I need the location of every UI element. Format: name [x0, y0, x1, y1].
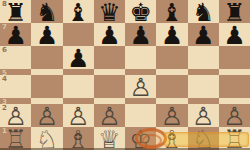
square-b2[interactable]: ♙	[31, 104, 62, 127]
white-pawn-c2: ♙	[67, 104, 89, 129]
square-b6[interactable]	[31, 46, 62, 69]
chessboard: 8♜♞♝♛♚♝♞♜7♟♟♟♟♟♟♟6♟54♙32♙♙♙♙♙♙♙1♖♘♗♕♔♗♘♖	[0, 0, 250, 150]
square-d4[interactable]	[94, 75, 125, 98]
square-e7[interactable]: ♟	[125, 23, 156, 46]
black-knight-b8: ♞	[36, 0, 58, 25]
white-rook-h1: ♖	[223, 127, 245, 150]
white-bishop-c1: ♗	[67, 127, 89, 150]
white-pawn-h2: ♙	[223, 104, 245, 129]
square-b4[interactable]	[31, 75, 62, 98]
white-rook-a1: ♖	[4, 127, 26, 150]
black-pawn-d7: ♟	[98, 23, 120, 48]
square-b8[interactable]: ♞	[31, 0, 62, 23]
square-c7[interactable]	[63, 23, 94, 46]
square-a2[interactable]: 2♙	[0, 104, 31, 127]
black-pawn-b7: ♟	[36, 23, 58, 48]
square-d1[interactable]: ♕	[94, 127, 125, 150]
black-pawn-c6: ♟	[67, 46, 89, 71]
black-rook-a8: ♜	[4, 0, 26, 25]
black-pawn-f7: ♟	[161, 23, 183, 48]
square-f8[interactable]: ♝	[156, 0, 187, 23]
white-pawn-a2: ♙	[4, 104, 26, 129]
white-pawn-e4: ♙	[129, 75, 151, 100]
white-knight-b1: ♘	[36, 127, 58, 150]
square-e4[interactable]: ♙	[125, 75, 156, 98]
white-knight-g1: ♘	[192, 127, 214, 150]
square-g8[interactable]: ♞	[188, 0, 219, 23]
white-pawn-g2: ♙	[192, 104, 214, 129]
rank-label-2: 2	[2, 104, 7, 112]
rank-label-1: 1	[2, 127, 7, 135]
square-g2[interactable]: ♙	[188, 104, 219, 127]
square-h2[interactable]: ♙	[219, 104, 250, 127]
black-pawn-e7: ♟	[129, 23, 151, 48]
square-c6[interactable]: ♟	[63, 46, 94, 69]
square-e6[interactable]	[125, 46, 156, 69]
square-h1[interactable]: ♖	[219, 127, 250, 150]
square-b1[interactable]: ♘	[31, 127, 62, 150]
square-d6[interactable]	[94, 46, 125, 69]
square-a1[interactable]: 1♖	[0, 127, 31, 150]
white-pawn-b2: ♙	[36, 104, 58, 129]
square-e1[interactable]: ♔	[125, 127, 156, 150]
square-a4[interactable]: 4	[0, 75, 31, 98]
square-c1[interactable]: ♗	[63, 127, 94, 150]
square-f1[interactable]: ♗	[156, 127, 187, 150]
black-pawn-a7: ♟	[4, 23, 26, 48]
square-h4[interactable]	[219, 75, 250, 98]
square-f6[interactable]	[156, 46, 187, 69]
black-queen-d8: ♛	[98, 0, 120, 25]
square-g4[interactable]	[188, 75, 219, 98]
white-queen-d1: ♕	[98, 127, 120, 150]
black-rook-h8: ♜	[223, 0, 245, 25]
square-e8[interactable]: ♚	[125, 0, 156, 23]
black-knight-g8: ♞	[192, 0, 214, 25]
board-bottom-edge	[0, 148, 250, 150]
square-f7[interactable]: ♟	[156, 23, 187, 46]
square-d8[interactable]: ♛	[94, 0, 125, 23]
square-d7[interactable]: ♟	[94, 23, 125, 46]
square-c4[interactable]	[63, 75, 94, 98]
square-f2[interactable]: ♙	[156, 104, 187, 127]
square-f4[interactable]	[156, 75, 187, 98]
rank-label-6: 6	[2, 46, 7, 54]
square-h8[interactable]: ♜	[219, 0, 250, 23]
white-bishop-f1: ♗	[161, 127, 183, 150]
square-g1[interactable]: ♘	[188, 127, 219, 150]
square-b7[interactable]: ♟	[31, 23, 62, 46]
black-pawn-g7: ♟	[192, 23, 214, 48]
square-a8[interactable]: 8♜	[0, 0, 31, 23]
rank-label-8: 8	[2, 0, 7, 8]
square-h6[interactable]	[219, 46, 250, 69]
black-king-e8: ♚	[129, 0, 151, 25]
black-bishop-f8: ♝	[161, 0, 183, 25]
white-pawn-d2: ♙	[98, 104, 120, 129]
square-e2[interactable]	[125, 104, 156, 127]
square-g6[interactable]	[188, 46, 219, 69]
square-h7[interactable]: ♟	[219, 23, 250, 46]
square-c2[interactable]: ♙	[63, 104, 94, 127]
rank-label-4: 4	[2, 75, 7, 83]
rank-label-7: 7	[2, 23, 7, 31]
square-d2[interactable]: ♙	[94, 104, 125, 127]
white-king-e1: ♔	[129, 127, 151, 150]
white-pawn-f2: ♙	[161, 104, 183, 129]
square-a6[interactable]: 6	[0, 46, 31, 69]
chessboard-stage: 8♜♞♝♛♚♝♞♜7♟♟♟♟♟♟♟6♟54♙32♙♙♙♙♙♙♙1♖♘♗♕♔♗♘♖	[0, 0, 250, 150]
square-c8[interactable]: ♝	[63, 0, 94, 23]
black-pawn-h7: ♟	[223, 23, 245, 48]
square-a7[interactable]: 7♟	[0, 23, 31, 46]
square-g7[interactable]: ♟	[188, 23, 219, 46]
black-bishop-c8: ♝	[67, 0, 89, 25]
